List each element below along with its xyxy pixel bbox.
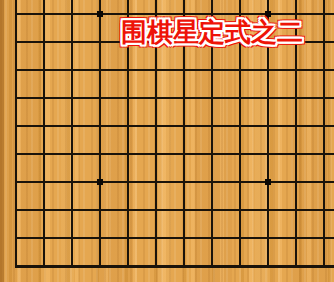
board-cell: [127, 237, 155, 265]
board-cell: [295, 0, 323, 13]
board-cell: [211, 237, 239, 265]
board-cell: [211, 209, 239, 237]
board-cell: [71, 181, 99, 209]
board-cell: [267, 0, 295, 13]
board-cell: [211, 153, 239, 181]
board-cell: [15, 125, 43, 153]
board-cell: [155, 69, 183, 97]
board-cell: [267, 97, 295, 125]
board-cell: [183, 125, 211, 153]
go-board-screenshot: 围棋星定式之二 围棋星定式之二 围棋星定式之二: [0, 0, 334, 282]
board-cell: [295, 209, 323, 237]
board-cell: [183, 69, 211, 97]
board-cell: [323, 237, 334, 265]
board-cell: [71, 237, 99, 265]
board-cell: [15, 181, 43, 209]
board-cell: [15, 13, 43, 41]
board-cell: [267, 181, 295, 209]
board-cell: [267, 237, 295, 265]
board-cell: [323, 125, 334, 153]
board-cell: [99, 125, 127, 153]
board-cell: [15, 209, 43, 237]
board-cell: [43, 125, 71, 153]
board-cell: [183, 0, 211, 13]
board-cell: [211, 181, 239, 209]
board-cell: [71, 153, 99, 181]
board-cell: [99, 97, 127, 125]
board-cell: [211, 69, 239, 97]
board-cell: [99, 0, 127, 13]
board-cell: [267, 209, 295, 237]
board-cell: [239, 97, 267, 125]
board-cell: [295, 237, 323, 265]
board-cell: [295, 69, 323, 97]
board-cell: [71, 0, 99, 13]
board-cell: [71, 41, 99, 69]
board-cell: [15, 41, 43, 69]
board-cell: [99, 153, 127, 181]
board-cell: [295, 97, 323, 125]
board-cell: [43, 97, 71, 125]
board-cell: [267, 153, 295, 181]
board-cell: [15, 153, 43, 181]
board-cell: [239, 237, 267, 265]
board-cell: [15, 237, 43, 265]
board-cell: [99, 69, 127, 97]
board-cell: [155, 209, 183, 237]
board-cell: [295, 181, 323, 209]
board-cell: [127, 97, 155, 125]
board-cell: [155, 181, 183, 209]
board-cell: [239, 125, 267, 153]
star-point: [97, 179, 103, 185]
board-cell: [295, 153, 323, 181]
board-cell: [127, 181, 155, 209]
board-cell: [71, 209, 99, 237]
board-cell: [43, 209, 71, 237]
board-cell: [127, 153, 155, 181]
board-cell: [211, 97, 239, 125]
board-cell: [267, 69, 295, 97]
board-cell: [43, 69, 71, 97]
board-cell: [267, 125, 295, 153]
board-cell: [211, 0, 239, 13]
board-cell: [183, 237, 211, 265]
board-cell: [155, 0, 183, 13]
board-cell: [15, 69, 43, 97]
board-cell: [99, 237, 127, 265]
board-cell: [239, 69, 267, 97]
board-cell: [127, 125, 155, 153]
board-cell: [183, 97, 211, 125]
board-cell: [43, 41, 71, 69]
board-cell: [295, 125, 323, 153]
board-cell: [323, 13, 334, 41]
board-cell: [43, 181, 71, 209]
star-point: [97, 11, 103, 17]
board-cell: [99, 209, 127, 237]
board-cell: [323, 209, 334, 237]
board-cell: [15, 97, 43, 125]
board-cell: [323, 69, 334, 97]
board-cell: [155, 237, 183, 265]
board-cell: [183, 153, 211, 181]
board-cell: [183, 209, 211, 237]
board-cell: [155, 125, 183, 153]
board-cell: [155, 97, 183, 125]
star-point: [265, 179, 271, 185]
board-cell: [43, 13, 71, 41]
board-cell: [323, 41, 334, 69]
board-cell: [71, 13, 99, 41]
board-cell: [71, 69, 99, 97]
board-cell: [323, 153, 334, 181]
board-cell: [239, 181, 267, 209]
board-cell: [43, 0, 71, 13]
board-cell: [127, 69, 155, 97]
board-cell: [211, 125, 239, 153]
board-cell: [71, 97, 99, 125]
board-cell: [323, 181, 334, 209]
board-cell: [71, 125, 99, 153]
board-cell: [15, 0, 43, 13]
board-cell: [155, 153, 183, 181]
board-cell: [323, 0, 334, 13]
board-cell: [99, 181, 127, 209]
board-cell: [239, 209, 267, 237]
board-cell: [43, 237, 71, 265]
board-cell: [127, 0, 155, 13]
board-cell: [127, 209, 155, 237]
board-cell: [239, 153, 267, 181]
board-cell: [323, 97, 334, 125]
board-cell: [239, 0, 267, 13]
board-cell: [43, 153, 71, 181]
board-cell: [183, 181, 211, 209]
board-title-text: 围棋星定式之二: [121, 19, 303, 46]
